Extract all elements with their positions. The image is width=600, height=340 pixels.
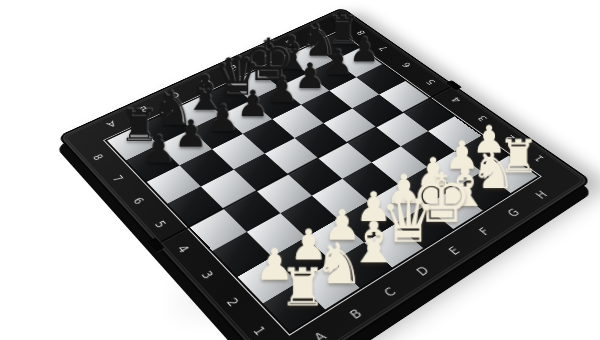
product-photo-stage: ABCDEFGH ABCDEFGH 87654321 87654321 ♜♞♝♛… (0, 0, 600, 340)
board-scene: ABCDEFGH ABCDEFGH 87654321 87654321 ♜♞♝♛… (0, 0, 600, 340)
square-b6[interactable] (180, 149, 234, 186)
playing-field: ♜♞♝♛♚♝♞♜♟♟♟♟♟♟♟♟♟♟♟♟♟♟♟♟♜♞♝♛♚♝♞♜ (103, 30, 542, 335)
piece-white-rook-a1[interactable]: ♜ (279, 261, 324, 314)
file-label-G: G (491, 198, 535, 228)
piece-black-pawn-a7[interactable]: ♟ (139, 130, 178, 168)
chess-board-frame: ABCDEFGH ABCDEFGH 87654321 87654321 ♜♞♝♛… (57, 7, 592, 340)
rank-label-6: 6 (115, 186, 161, 216)
chess-board: ♜♞♝♛♚♝♞♜♟♟♟♟♟♟♟♟♟♟♟♟♟♟♟♟♜♞♝♛♚♝♞♜ (107, 33, 537, 332)
